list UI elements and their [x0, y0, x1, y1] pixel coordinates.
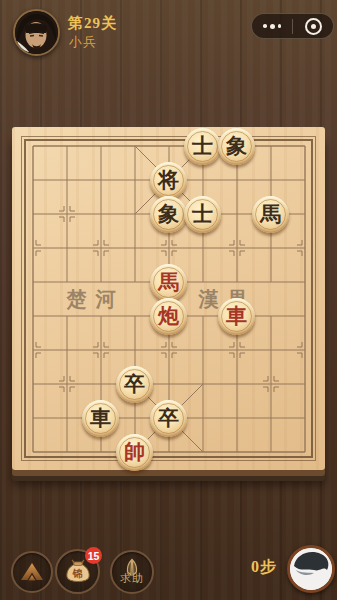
more-dots-icon [270, 24, 275, 29]
chevron-up-icon [19, 561, 45, 583]
warrior-portrait-icon [15, 11, 58, 54]
piece-red-帥[interactable]: 帥 [116, 434, 153, 471]
more-button[interactable] [252, 14, 292, 38]
hair-portrait-icon [290, 548, 332, 590]
level-title: 第29关 [68, 14, 117, 33]
piece-black-馬[interactable]: 馬 [252, 196, 289, 233]
piece-red-車[interactable]: 車 [218, 298, 255, 335]
help-label: 求助 [120, 571, 144, 586]
piece-black-象[interactable]: 象 [218, 128, 255, 165]
piece-black-象[interactable]: 象 [150, 196, 187, 233]
piece-black-将[interactable]: 将 [150, 162, 187, 199]
target-circle-icon [305, 18, 322, 35]
piece-black-士[interactable]: 士 [184, 128, 221, 165]
more-dots-icon [263, 24, 267, 28]
player-avatar[interactable] [13, 9, 60, 56]
hint-bag-button[interactable]: 锦 15 [55, 549, 100, 594]
piece-red-馬[interactable]: 馬 [150, 264, 187, 301]
step-counter: 0步 [251, 557, 277, 578]
board-grid[interactable]: 楚河 漢界 士象将象士馬馬炮車卒車卒帥 [33, 146, 305, 452]
more-dots-icon [278, 24, 282, 28]
piece-black-卒[interactable]: 卒 [150, 400, 187, 437]
expand-menu-button[interactable] [11, 551, 53, 593]
xiangqi-board: 楚河 漢界 士象将象士馬馬炮車卒車卒帥 [12, 127, 325, 470]
opponent-avatar[interactable] [287, 545, 335, 593]
piece-black-卒[interactable]: 卒 [116, 366, 153, 403]
level-difficulty: 小兵 [69, 33, 97, 51]
miniprogram-capsule [251, 13, 334, 39]
river-label-left: 楚河 [67, 286, 125, 313]
piece-black-士[interactable]: 士 [184, 196, 221, 233]
exit-button[interactable] [293, 14, 333, 38]
hint-count-badge: 15 [85, 547, 102, 564]
piece-black-車[interactable]: 車 [82, 400, 119, 437]
bag-label: 锦 [73, 567, 83, 581]
piece-red-炮[interactable]: 炮 [150, 298, 187, 335]
ask-help-button[interactable]: 求助 [110, 550, 154, 594]
